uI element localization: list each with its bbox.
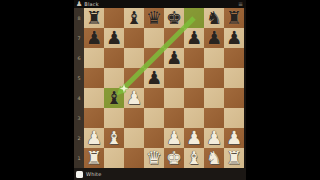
square-c7[interactable] xyxy=(124,28,144,48)
black-bishop-b4[interactable]: ♝ xyxy=(104,88,124,108)
square-c1[interactable] xyxy=(124,148,144,168)
square-d7[interactable] xyxy=(144,28,164,48)
square-b7[interactable]: ♟ xyxy=(104,28,124,48)
square-e2[interactable]: ♟ xyxy=(164,128,184,148)
rank-label-1: 1 xyxy=(75,150,83,166)
white-bishop-f1[interactable]: ♝ xyxy=(184,148,204,168)
square-f3[interactable] xyxy=(184,108,204,128)
square-e4[interactable] xyxy=(164,88,184,108)
black-pawn-f7[interactable]: ♟ xyxy=(184,28,204,48)
square-g2[interactable]: ♟ xyxy=(204,128,224,148)
square-d1[interactable]: ♛ xyxy=(144,148,164,168)
rank-label-4: 4 xyxy=(75,90,83,106)
square-f2[interactable]: ♟ xyxy=(184,128,204,148)
square-f6[interactable] xyxy=(184,48,204,68)
square-a3[interactable] xyxy=(84,108,104,128)
square-b4[interactable]: ♝ xyxy=(104,88,124,108)
square-g5[interactable] xyxy=(204,68,224,88)
square-e7[interactable] xyxy=(164,28,184,48)
rank-label-2: 2 xyxy=(75,130,83,146)
square-a6[interactable] xyxy=(84,48,104,68)
square-g1[interactable]: ♞ xyxy=(204,148,224,168)
black-queen-d8[interactable]: ♛ xyxy=(144,8,164,28)
square-h7[interactable]: ♟ xyxy=(224,28,244,48)
white-pawn-f2[interactable]: ♟ xyxy=(184,128,204,148)
black-pawn-h7[interactable]: ♟ xyxy=(224,28,244,48)
square-a1[interactable]: ♜ xyxy=(84,148,104,168)
square-a5[interactable] xyxy=(84,68,104,88)
square-h5[interactable] xyxy=(224,68,244,88)
square-d8[interactable]: ♛ xyxy=(144,8,164,28)
square-f8[interactable] xyxy=(184,8,204,28)
white-knight-g1[interactable]: ♞ xyxy=(204,148,224,168)
square-d6[interactable] xyxy=(144,48,164,68)
square-b3[interactable] xyxy=(104,108,124,128)
white-pawn-e2[interactable]: ♟ xyxy=(164,128,184,148)
square-d5[interactable]: ♟ xyxy=(144,68,164,88)
chess-board: ♜♝♛♚♞♜♟♟♟♟♟♟♟♝♟♟♝♟♟♟♟♜♛♚♝♞♜ xyxy=(84,8,244,168)
bottom-player-bar: White xyxy=(74,168,246,180)
square-h2[interactable]: ♟ xyxy=(224,128,244,148)
rank-label-7: 7 xyxy=(75,30,83,46)
square-h3[interactable] xyxy=(224,108,244,128)
white-bishop-b2[interactable]: ♝ xyxy=(104,128,124,148)
white-square-icon xyxy=(76,171,83,178)
square-c3[interactable] xyxy=(124,108,144,128)
white-king-e1[interactable]: ♚ xyxy=(164,148,184,168)
chess-app-panel: ♟ Black ≡ 87654321 ♜♝♛♚♞♜♟♟♟♟♟♟♟♝♟♟♝♟♟♟♟… xyxy=(74,0,246,180)
square-g4[interactable] xyxy=(204,88,224,108)
square-f5[interactable] xyxy=(184,68,204,88)
square-f4[interactable] xyxy=(184,88,204,108)
square-c5[interactable] xyxy=(124,68,144,88)
square-b2[interactable]: ♝ xyxy=(104,128,124,148)
black-rook-h8[interactable]: ♜ xyxy=(224,8,244,28)
black-pawn-icon: ♟ xyxy=(76,0,82,8)
square-e3[interactable] xyxy=(164,108,184,128)
video-frame: ♟ Black ≡ 87654321 ♜♝♛♚♞♜♟♟♟♟♟♟♟♝♟♟♝♟♟♟♟… xyxy=(0,0,320,180)
square-b1[interactable] xyxy=(104,148,124,168)
square-h8[interactable]: ♜ xyxy=(224,8,244,28)
square-g8[interactable]: ♞ xyxy=(204,8,224,28)
white-pawn-g2[interactable]: ♟ xyxy=(204,128,224,148)
rank-label-8: 8 xyxy=(75,10,83,26)
square-c4[interactable]: ♟ xyxy=(124,88,144,108)
rank-label-6: 6 xyxy=(75,50,83,66)
square-d4[interactable] xyxy=(144,88,164,108)
white-pawn-c4[interactable]: ♟ xyxy=(124,88,144,108)
black-pawn-b7[interactable]: ♟ xyxy=(104,28,124,48)
white-queen-d1[interactable]: ♛ xyxy=(144,148,164,168)
white-pawn-a2[interactable]: ♟ xyxy=(84,128,104,148)
square-c6[interactable] xyxy=(124,48,144,68)
square-d2[interactable] xyxy=(144,128,164,148)
black-bishop-c8[interactable]: ♝ xyxy=(124,8,144,28)
square-c8[interactable]: ♝ xyxy=(124,8,144,28)
square-c2[interactable] xyxy=(124,128,144,148)
white-pawn-h2[interactable]: ♟ xyxy=(224,128,244,148)
square-e5[interactable] xyxy=(164,68,184,88)
square-h1[interactable]: ♜ xyxy=(224,148,244,168)
square-e1[interactable]: ♚ xyxy=(164,148,184,168)
square-d3[interactable] xyxy=(144,108,164,128)
black-pawn-a7[interactable]: ♟ xyxy=(84,28,104,48)
square-g3[interactable] xyxy=(204,108,224,128)
black-pawn-d5[interactable]: ♟ xyxy=(144,68,164,88)
black-pawn-g7[interactable]: ♟ xyxy=(204,28,224,48)
square-a4[interactable] xyxy=(84,88,104,108)
black-pawn-e6[interactable]: ♟ xyxy=(164,48,184,68)
black-king-e8[interactable]: ♚ xyxy=(164,8,184,28)
rank-coordinates-gutter: 87654321 xyxy=(74,8,84,168)
white-rook-a1[interactable]: ♜ xyxy=(84,148,104,168)
square-b6[interactable] xyxy=(104,48,124,68)
square-g6[interactable] xyxy=(204,48,224,68)
rank-label-3: 3 xyxy=(75,110,83,126)
square-e6[interactable]: ♟ xyxy=(164,48,184,68)
black-rook-a8[interactable]: ♜ xyxy=(84,8,104,28)
square-g7[interactable]: ♟ xyxy=(204,28,224,48)
square-b5[interactable] xyxy=(104,68,124,88)
highlight-f8 xyxy=(184,8,204,28)
square-h6[interactable] xyxy=(224,48,244,68)
square-e8[interactable]: ♚ xyxy=(164,8,184,28)
rank-label-5: 5 xyxy=(75,70,83,86)
square-a2[interactable]: ♟ xyxy=(84,128,104,148)
square-b8[interactable] xyxy=(104,8,124,28)
bottom-player-name: White xyxy=(86,171,102,177)
white-rook-h1[interactable]: ♜ xyxy=(224,148,244,168)
square-f7[interactable]: ♟ xyxy=(184,28,204,48)
square-f1[interactable]: ♝ xyxy=(184,148,204,168)
square-h4[interactable] xyxy=(224,88,244,108)
square-a7[interactable]: ♟ xyxy=(84,28,104,48)
square-a8[interactable]: ♜ xyxy=(84,8,104,28)
black-knight-g8[interactable]: ♞ xyxy=(204,8,224,28)
